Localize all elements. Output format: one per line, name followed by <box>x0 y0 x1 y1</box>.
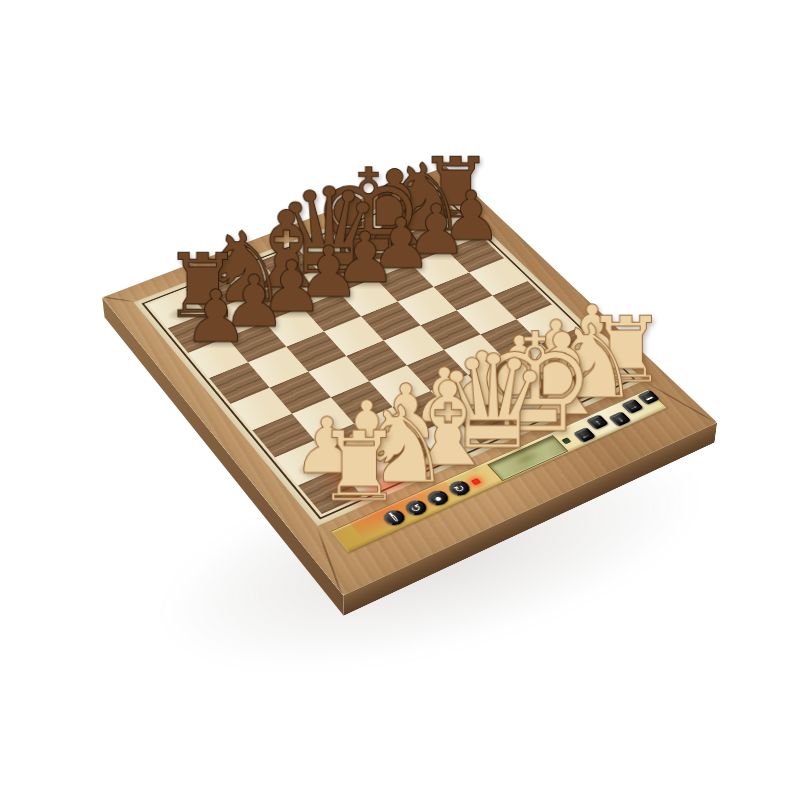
takeback-button[interactable]: ↺ <box>402 498 430 518</box>
red-status-led <box>470 478 480 485</box>
frame-mitre-bottom-right <box>643 380 718 423</box>
takeback-icon: ↺ <box>407 501 424 514</box>
arrow-right-icon: → <box>625 401 640 411</box>
scene: ♜♞♝♛♚♝♞♜♟♟♟♟♟♟♟♟♟♟♟♟♟♟♟♟♜♞♝♛♚♝♞♜ ↺ ● ↻ <box>0 0 800 800</box>
squares-grid: ♜♞♝♛♚♝♞♜♟♟♟♟♟♟♟♟♟♟♟♟♟♟♟♟♜♞♝♛♚♝♞♜ <box>148 193 628 514</box>
piece-black-pawn-a7[interactable]: ♟ <box>183 280 227 352</box>
frame-mitre-top-left <box>101 296 134 302</box>
confirm-button[interactable]: ● <box>423 488 451 508</box>
green-status-led <box>561 438 571 445</box>
menu-icon: ▬ <box>643 394 653 401</box>
arrow-right-button[interactable]: → <box>621 399 644 414</box>
power-icon <box>390 514 398 522</box>
playing-area: ♜♞♝♛♚♝♞♜♟♟♟♟♟♟♟♟♟♟♟♟♟♟♟♟♜♞♝♛♚♝♞♜ <box>134 185 644 526</box>
confirm-icon: ● <box>430 492 445 504</box>
power-button[interactable] <box>380 508 408 528</box>
arrow-down-icon: ↓ <box>614 415 625 424</box>
forward-icon: ↻ <box>450 482 467 495</box>
piece-white-rook-a1[interactable]: ♜ <box>316 419 363 516</box>
menu-button[interactable]: ▬ <box>637 390 660 405</box>
